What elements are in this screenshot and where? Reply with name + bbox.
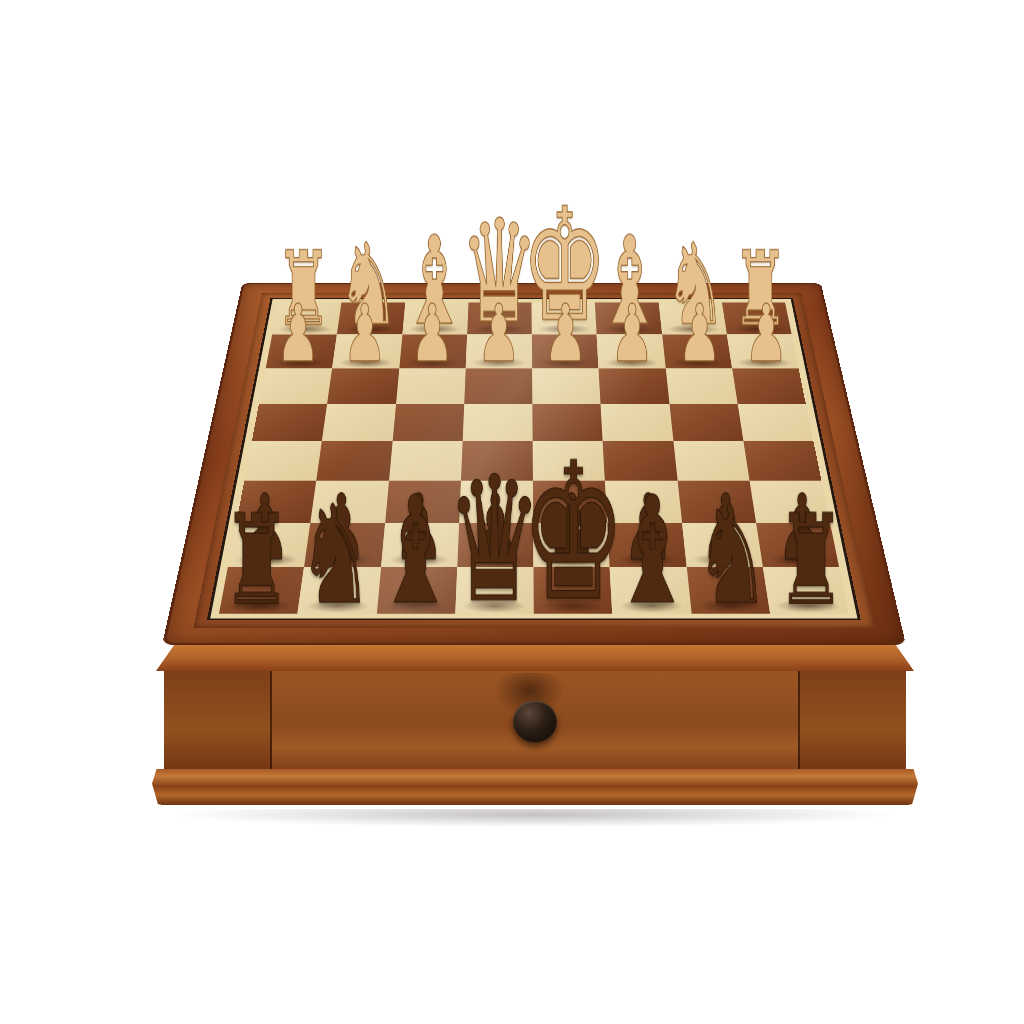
piece-white-pawn-b2[interactable]: ♟ <box>677 294 721 373</box>
piece-black-knight-b8[interactable]: ♞ <box>694 488 770 624</box>
base-body <box>164 671 906 769</box>
square-g3[interactable] <box>327 368 399 404</box>
square-d3[interactable] <box>532 368 601 404</box>
square-f3[interactable] <box>396 368 466 404</box>
piece-black-rook-h8[interactable]: ♜ <box>222 499 291 623</box>
square-h3[interactable] <box>259 368 332 404</box>
square-h8[interactable]: ♜ <box>219 567 304 614</box>
square-g4[interactable] <box>322 404 396 441</box>
piece-white-pawn-h2[interactable]: ♟ <box>276 294 320 373</box>
piece-black-rook-a8[interactable]: ♜ <box>776 499 845 623</box>
piece-white-pawn-a2[interactable]: ♟ <box>744 294 788 373</box>
piece-white-pawn-e2[interactable]: ♟ <box>477 294 521 373</box>
square-f4[interactable] <box>392 404 464 441</box>
square-g8[interactable]: ♞ <box>298 567 381 614</box>
piece-black-king-d8[interactable]: ♚ <box>521 438 627 628</box>
piece-black-bishop-f8[interactable]: ♝ <box>374 476 456 624</box>
drawer-knob[interactable] <box>513 701 557 743</box>
product-photo-stage: { "game": "chess", "scene_description": … <box>0 0 1024 1024</box>
piece-black-knight-g8[interactable]: ♞ <box>298 488 374 624</box>
square-a8[interactable]: ♜ <box>763 567 849 614</box>
piece-white-pawn-d2[interactable]: ♟ <box>544 294 588 373</box>
square-b8[interactable]: ♞ <box>686 567 770 614</box>
board-frame: ♜♞♝♛♚♝♞♜♟♟♟♟♟♟♟♟♟♟♟♟♟♟♟♟♜♞♝♛♚♝♞♜ <box>162 283 906 645</box>
board-margin: ♜♞♝♛♚♝♞♜♟♟♟♟♟♟♟♟♟♟♟♟♟♟♟♟♜♞♝♛♚♝♞♜ <box>194 293 875 627</box>
board-border-line: ♜♞♝♛♚♝♞♜♟♟♟♟♟♟♟♟♟♟♟♟♟♟♟♟♜♞♝♛♚♝♞♜ <box>207 298 861 620</box>
square-b4[interactable] <box>669 404 743 441</box>
base-left-post <box>164 671 272 769</box>
piece-white-pawn-c2[interactable]: ♟ <box>610 294 654 373</box>
drawer-base <box>150 645 920 815</box>
square-d8[interactable]: ♚ <box>533 567 612 614</box>
square-b3[interactable] <box>665 368 737 404</box>
piece-white-pawn-f2[interactable]: ♟ <box>410 294 454 373</box>
square-a4[interactable] <box>737 404 813 441</box>
base-right-post <box>798 671 906 769</box>
drawer-front[interactable] <box>272 671 798 769</box>
square-h4[interactable] <box>252 404 327 441</box>
square-e3[interactable] <box>464 368 532 404</box>
floor-shadow <box>181 809 889 827</box>
chess-board-top: ♜♞♝♛♚♝♞♜♟♟♟♟♟♟♟♟♟♟♟♟♟♟♟♟♜♞♝♛♚♝♞♜ <box>162 283 906 645</box>
square-c3[interactable] <box>599 368 669 404</box>
square-a3[interactable] <box>732 368 806 404</box>
board-3d-scene: ♜♞♝♛♚♝♞♜♟♟♟♟♟♟♟♟♟♟♟♟♟♟♟♟♜♞♝♛♚♝♞♜ <box>0 0 1024 1024</box>
square-f8[interactable]: ♝ <box>376 567 457 614</box>
base-top-molding <box>156 645 914 671</box>
piece-white-pawn-g2[interactable]: ♟ <box>343 294 387 373</box>
base-bottom-molding <box>152 769 918 805</box>
chess-board-grid: ♜♞♝♛♚♝♞♜♟♟♟♟♟♟♟♟♟♟♟♟♟♟♟♟♜♞♝♛♚♝♞♜ <box>219 302 849 613</box>
